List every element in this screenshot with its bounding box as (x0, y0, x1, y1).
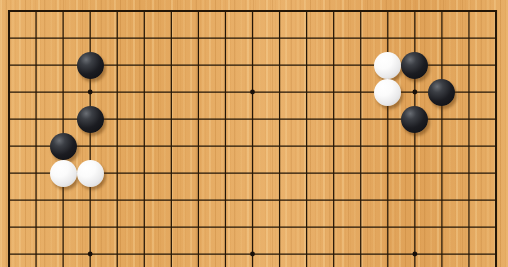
star-point (250, 252, 255, 257)
star-point (88, 90, 93, 95)
star-point (412, 90, 417, 95)
white-stone-D13[interactable] (77, 160, 104, 187)
star-point (412, 252, 417, 257)
star-point (250, 90, 255, 95)
black-stone-Q17[interactable] (401, 52, 428, 79)
white-stone-P17[interactable] (374, 52, 401, 79)
black-stone-D15[interactable] (77, 106, 104, 133)
go-board[interactable] (0, 0, 508, 267)
black-stone-D17[interactable] (77, 52, 104, 79)
black-stone-Q15[interactable] (401, 106, 428, 133)
white-stone-C13[interactable] (50, 160, 77, 187)
white-stone-P16[interactable] (374, 79, 401, 106)
black-stone-R16[interactable] (428, 79, 455, 106)
grid-lines (0, 0, 508, 267)
star-point (88, 252, 93, 257)
black-stone-C14[interactable] (50, 133, 77, 160)
